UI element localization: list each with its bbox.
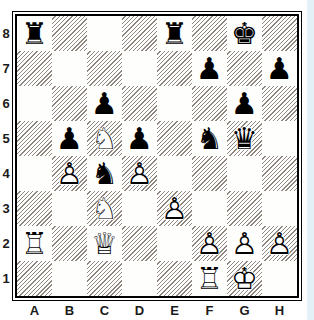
file-label-d: D — [122, 302, 157, 318]
file-label-h: H — [262, 302, 297, 318]
square-e1[interactable] — [157, 261, 192, 296]
black-knight-icon: ♞ — [192, 121, 227, 156]
square-d1[interactable] — [122, 261, 157, 296]
white-king-icon: ♔ — [227, 261, 262, 296]
white-queen-c2: ♛♕ — [87, 226, 122, 261]
square-a8[interactable]: ♜ — [17, 16, 52, 51]
square-f7[interactable]: ♟ — [192, 51, 227, 86]
black-king-icon: ♚ — [227, 16, 262, 51]
white-knight-c5: ♞♘ — [87, 121, 122, 156]
black-knight-f5: ♞ — [192, 121, 227, 156]
square-e4[interactable] — [157, 156, 192, 191]
square-e3[interactable]: ♟♙ — [157, 191, 192, 226]
black-rook-icon: ♜ — [17, 16, 52, 51]
square-b3[interactable] — [52, 191, 87, 226]
square-h4[interactable] — [262, 156, 297, 191]
square-d6[interactable] — [122, 86, 157, 121]
black-pawn-icon: ♟ — [192, 51, 227, 86]
square-d3[interactable] — [122, 191, 157, 226]
black-knight-c4: ♞ — [87, 156, 122, 191]
file-label-g: G — [227, 302, 262, 318]
white-pawn-icon: ♙ — [227, 226, 262, 261]
square-e5[interactable] — [157, 121, 192, 156]
rank-label-5: 5 — [0, 121, 12, 156]
black-rook-e8: ♜ — [157, 16, 192, 51]
square-g1[interactable]: ♚♔ — [227, 261, 262, 296]
file-label-b: B — [52, 302, 87, 318]
square-c2[interactable]: ♛♕ — [87, 226, 122, 261]
square-g5[interactable]: ♛ — [227, 121, 262, 156]
square-f4[interactable] — [192, 156, 227, 191]
white-knight-icon: ♘ — [87, 121, 122, 156]
square-a7[interactable] — [17, 51, 52, 86]
white-rook-f1: ♜♖ — [192, 261, 227, 296]
chess-board: ♜♜♚♟♟♟♟♟♞♘♟♞♛♟♙♞♟♙♞♘♟♙♜♖♛♕♟♙♟♙♟♙♜♖♚♔ — [17, 16, 297, 296]
white-pawn-h2: ♟♙ — [262, 226, 297, 261]
square-e7[interactable] — [157, 51, 192, 86]
white-pawn-b4: ♟♙ — [52, 156, 87, 191]
white-knight-icon: ♘ — [87, 191, 122, 226]
square-c1[interactable] — [87, 261, 122, 296]
rank-label-6: 6 — [0, 86, 12, 121]
square-a3[interactable] — [17, 191, 52, 226]
square-d8[interactable] — [122, 16, 157, 51]
file-label-a: A — [17, 302, 52, 318]
rank-label-1: 1 — [0, 261, 12, 296]
square-d2[interactable] — [122, 226, 157, 261]
white-pawn-icon: ♙ — [122, 156, 157, 191]
square-b8[interactable] — [52, 16, 87, 51]
black-queen-icon: ♛ — [227, 121, 262, 156]
white-rook-a2: ♜♖ — [17, 226, 52, 261]
square-e6[interactable] — [157, 86, 192, 121]
white-pawn-e3: ♟♙ — [157, 191, 192, 226]
white-pawn-icon: ♙ — [192, 226, 227, 261]
black-pawn-icon: ♟ — [227, 86, 262, 121]
white-rook-icon: ♖ — [192, 261, 227, 296]
rank-label-8: 8 — [0, 16, 12, 51]
rank-label-4: 4 — [0, 156, 12, 191]
square-a4[interactable] — [17, 156, 52, 191]
square-f6[interactable] — [192, 86, 227, 121]
square-a5[interactable] — [17, 121, 52, 156]
black-pawn-icon: ♟ — [52, 121, 87, 156]
square-b7[interactable] — [52, 51, 87, 86]
square-f1[interactable]: ♜♖ — [192, 261, 227, 296]
square-h8[interactable] — [262, 16, 297, 51]
white-king-g1: ♚♔ — [227, 261, 262, 296]
square-b2[interactable] — [52, 226, 87, 261]
black-king-g8: ♚ — [227, 16, 262, 51]
black-pawn-g6: ♟ — [227, 86, 262, 121]
white-pawn-icon: ♙ — [52, 156, 87, 191]
black-pawn-icon: ♟ — [262, 51, 297, 86]
square-d4[interactable]: ♟♙ — [122, 156, 157, 191]
square-c7[interactable] — [87, 51, 122, 86]
square-c6[interactable]: ♟ — [87, 86, 122, 121]
square-c5[interactable]: ♞♘ — [87, 121, 122, 156]
square-b1[interactable] — [52, 261, 87, 296]
square-h6[interactable] — [262, 86, 297, 121]
square-g7[interactable] — [227, 51, 262, 86]
page-edge-tint — [307, 0, 314, 320]
square-c8[interactable] — [87, 16, 122, 51]
file-label-e: E — [157, 302, 192, 318]
black-pawn-h7: ♟ — [262, 51, 297, 86]
square-e2[interactable] — [157, 226, 192, 261]
square-f3[interactable] — [192, 191, 227, 226]
white-pawn-g2: ♟♙ — [227, 226, 262, 261]
rank-labels: 87654321 — [0, 16, 12, 296]
square-a2[interactable]: ♜♖ — [17, 226, 52, 261]
white-knight-c3: ♞♘ — [87, 191, 122, 226]
square-e8[interactable]: ♜ — [157, 16, 192, 51]
black-pawn-icon: ♟ — [122, 121, 157, 156]
square-h3[interactable] — [262, 191, 297, 226]
rank-label-3: 3 — [0, 191, 12, 226]
square-g8[interactable]: ♚ — [227, 16, 262, 51]
white-queen-icon: ♕ — [87, 226, 122, 261]
rank-label-7: 7 — [0, 51, 12, 86]
square-d5[interactable]: ♟ — [122, 121, 157, 156]
board-frame: ♜♜♚♟♟♟♟♟♞♘♟♞♛♟♙♞♟♙♞♘♟♙♜♖♛♕♟♙♟♙♟♙♜♖♚♔ — [12, 11, 302, 301]
black-knight-icon: ♞ — [87, 156, 122, 191]
square-h2[interactable]: ♟♙ — [262, 226, 297, 261]
file-label-c: C — [87, 302, 122, 318]
square-f8[interactable] — [192, 16, 227, 51]
rank-label-2: 2 — [0, 226, 12, 261]
file-label-f: F — [192, 302, 227, 318]
square-g6[interactable]: ♟ — [227, 86, 262, 121]
chess-diagram: 87654321 ♜♜♚♟♟♟♟♟♞♘♟♞♛♟♙♞♟♙♞♘♟♙♜♖♛♕♟♙♟♙♟… — [0, 0, 314, 320]
black-pawn-f7: ♟ — [192, 51, 227, 86]
square-f5[interactable]: ♞ — [192, 121, 227, 156]
square-h1[interactable] — [262, 261, 297, 296]
square-f2[interactable]: ♟♙ — [192, 226, 227, 261]
square-h5[interactable] — [262, 121, 297, 156]
black-pawn-icon: ♟ — [87, 86, 122, 121]
white-pawn-icon: ♙ — [157, 191, 192, 226]
square-g3[interactable] — [227, 191, 262, 226]
square-d7[interactable] — [122, 51, 157, 86]
square-g4[interactable] — [227, 156, 262, 191]
square-b5[interactable]: ♟ — [52, 121, 87, 156]
black-pawn-b5: ♟ — [52, 121, 87, 156]
file-labels: ABCDEFGH — [17, 302, 297, 318]
square-h7[interactable]: ♟ — [262, 51, 297, 86]
square-c4[interactable]: ♞ — [87, 156, 122, 191]
board-inner-frame: ♜♜♚♟♟♟♟♟♞♘♟♞♛♟♙♞♟♙♞♘♟♙♜♖♛♕♟♙♟♙♟♙♜♖♚♔ — [15, 14, 299, 298]
square-a1[interactable] — [17, 261, 52, 296]
white-pawn-d4: ♟♙ — [122, 156, 157, 191]
square-a6[interactable] — [17, 86, 52, 121]
white-pawn-f2: ♟♙ — [192, 226, 227, 261]
black-rook-icon: ♜ — [157, 16, 192, 51]
white-rook-icon: ♖ — [17, 226, 52, 261]
black-pawn-c6: ♟ — [87, 86, 122, 121]
square-b4[interactable]: ♟♙ — [52, 156, 87, 191]
black-pawn-d5: ♟ — [122, 121, 157, 156]
square-c3[interactable]: ♞♘ — [87, 191, 122, 226]
white-pawn-icon: ♙ — [262, 226, 297, 261]
square-b6[interactable] — [52, 86, 87, 121]
black-rook-a8: ♜ — [17, 16, 52, 51]
square-g2[interactable]: ♟♙ — [227, 226, 262, 261]
black-queen-g5: ♛ — [227, 121, 262, 156]
